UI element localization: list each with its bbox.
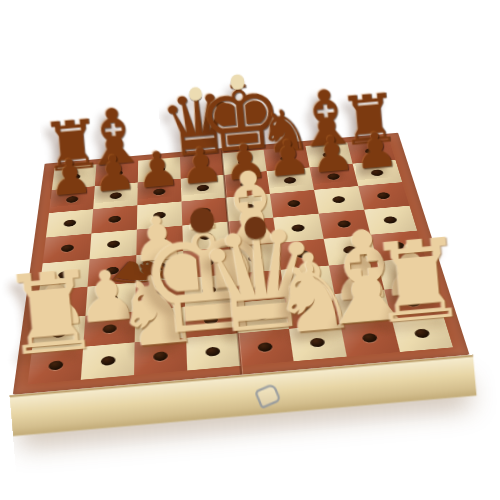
metal-clasp-icon [254,382,282,408]
board-perspective-wrap: ♜♝♛♚♞♝♜♟♟♟♟♟♟♟♟♞♟♝♟♟♟♟♟♜♞♚♛♞♝♜ [13,30,446,463]
piece-black-pawn-g7[interactable]: ♟ [308,128,356,180]
piece-white-rook-a1[interactable]: ♜ [0,254,105,372]
queen-finial-tip [243,216,266,240]
chess-set-photo: ♜♝♛♚♞♝♜♟♟♟♟♟♟♟♟♞♟♝♟♟♟♟♟♜♞♚♛♞♝♜ [0,0,500,500]
chess-board: ♜♝♛♚♞♝♜♟♟♟♟♟♟♟♟♞♟♝♟♟♟♟♟♜♞♚♛♞♝♜ [13,133,470,395]
piece-black-pawn-a7[interactable]: ♟ [46,151,94,203]
piece-black-pawn-h7[interactable]: ♟ [352,124,400,176]
piece-black-pawn-c7[interactable]: ♟ [133,143,181,195]
piece-white-rook-h1[interactable]: ♜ [364,222,472,340]
piece-black-pawn-b7[interactable]: ♟ [90,147,138,199]
king-finial-tip [229,74,244,90]
